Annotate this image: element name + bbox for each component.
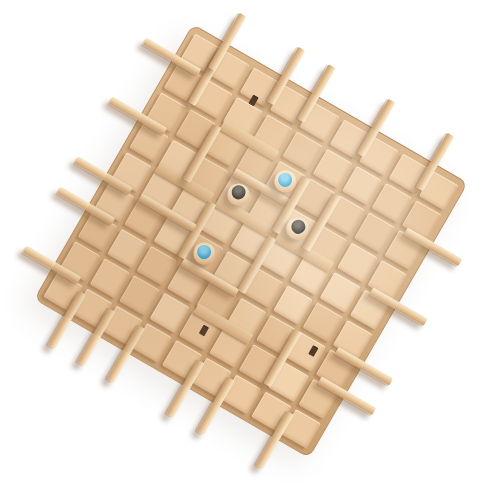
pawn-top-blue xyxy=(276,170,295,189)
tile-layer xyxy=(193,25,466,183)
product-photo xyxy=(0,0,500,497)
pawn-top-black xyxy=(289,217,308,236)
quoridor-board xyxy=(34,24,468,458)
pawn-top-blue xyxy=(195,242,214,261)
pawn-top-black xyxy=(229,183,248,202)
